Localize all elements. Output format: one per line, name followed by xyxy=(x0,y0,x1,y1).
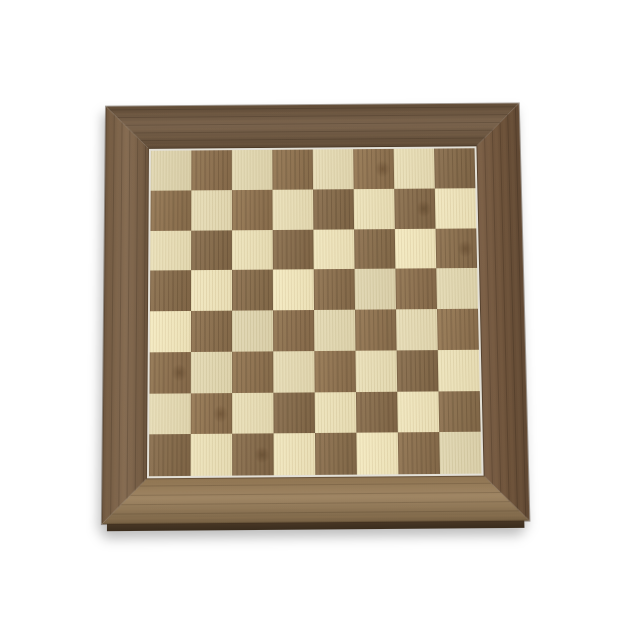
square-h6[interactable] xyxy=(436,228,478,269)
square-c3[interactable] xyxy=(232,351,273,392)
square-f5[interactable] xyxy=(355,269,396,310)
square-c4[interactable] xyxy=(232,310,273,351)
square-c8[interactable] xyxy=(232,150,273,190)
square-a8[interactable] xyxy=(151,150,192,190)
chess-board xyxy=(102,103,529,524)
board-frame-top xyxy=(106,103,520,149)
square-a2[interactable] xyxy=(149,393,191,435)
square-d3[interactable] xyxy=(273,351,314,392)
square-g3[interactable] xyxy=(397,350,439,391)
square-d1[interactable] xyxy=(274,433,316,475)
square-e5[interactable] xyxy=(314,269,355,310)
square-b1[interactable] xyxy=(191,434,233,476)
square-e3[interactable] xyxy=(314,350,356,391)
square-c6[interactable] xyxy=(232,230,273,271)
square-b4[interactable] xyxy=(191,311,232,352)
square-h8[interactable] xyxy=(434,148,475,188)
square-b2[interactable] xyxy=(191,393,232,435)
square-c2[interactable] xyxy=(232,392,273,434)
board-frame-right xyxy=(476,103,530,521)
square-f3[interactable] xyxy=(355,350,397,391)
square-b8[interactable] xyxy=(191,150,232,190)
square-f1[interactable] xyxy=(356,433,398,475)
square-e4[interactable] xyxy=(314,310,355,351)
square-d6[interactable] xyxy=(273,229,314,270)
square-g6[interactable] xyxy=(395,228,436,269)
board-grid xyxy=(149,148,482,476)
square-h4[interactable] xyxy=(437,309,479,350)
square-e6[interactable] xyxy=(313,229,354,270)
board-frame-bottom xyxy=(102,475,529,524)
square-f2[interactable] xyxy=(356,391,398,433)
square-b5[interactable] xyxy=(191,270,232,311)
square-d5[interactable] xyxy=(273,269,314,310)
square-c5[interactable] xyxy=(232,270,273,311)
square-a3[interactable] xyxy=(150,352,191,393)
square-g4[interactable] xyxy=(396,309,438,350)
square-a1[interactable] xyxy=(149,434,191,476)
square-b3[interactable] xyxy=(191,351,232,392)
square-d8[interactable] xyxy=(272,150,313,190)
square-a5[interactable] xyxy=(150,270,191,311)
square-f6[interactable] xyxy=(354,229,395,270)
square-b6[interactable] xyxy=(191,230,232,271)
square-e1[interactable] xyxy=(315,433,357,475)
square-e7[interactable] xyxy=(313,189,354,229)
square-h7[interactable] xyxy=(435,188,476,228)
square-h1[interactable] xyxy=(439,432,481,474)
square-b7[interactable] xyxy=(191,190,232,230)
photo-background xyxy=(0,0,640,640)
square-a4[interactable] xyxy=(150,311,191,352)
square-c1[interactable] xyxy=(232,434,274,476)
square-a7[interactable] xyxy=(150,190,191,230)
square-a6[interactable] xyxy=(150,230,191,271)
square-h5[interactable] xyxy=(436,268,478,309)
square-d4[interactable] xyxy=(273,310,314,351)
board-fillet-line xyxy=(147,146,484,478)
square-h2[interactable] xyxy=(438,391,480,433)
square-h3[interactable] xyxy=(438,350,480,391)
square-d7[interactable] xyxy=(272,189,313,229)
square-g1[interactable] xyxy=(398,432,440,474)
square-g5[interactable] xyxy=(395,269,437,310)
square-e2[interactable] xyxy=(315,392,357,434)
square-g2[interactable] xyxy=(397,391,439,433)
square-c7[interactable] xyxy=(232,190,273,230)
square-g8[interactable] xyxy=(394,149,435,189)
square-d2[interactable] xyxy=(273,392,315,434)
square-f4[interactable] xyxy=(355,309,397,350)
square-g7[interactable] xyxy=(394,188,435,228)
square-f7[interactable] xyxy=(354,189,395,229)
square-f8[interactable] xyxy=(353,149,394,189)
board-frame-left xyxy=(102,106,149,524)
square-e8[interactable] xyxy=(313,149,354,189)
